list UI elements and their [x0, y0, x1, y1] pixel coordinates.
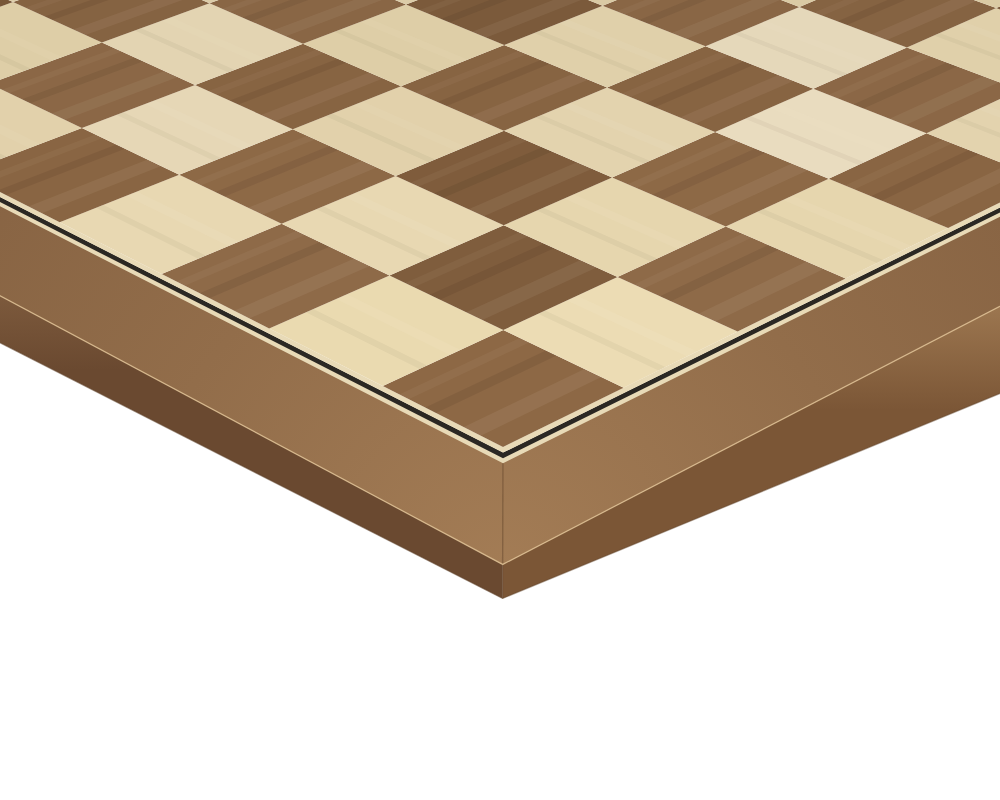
chessboard — [0, 0, 1000, 800]
product-photo-scene — [0, 0, 1000, 800]
